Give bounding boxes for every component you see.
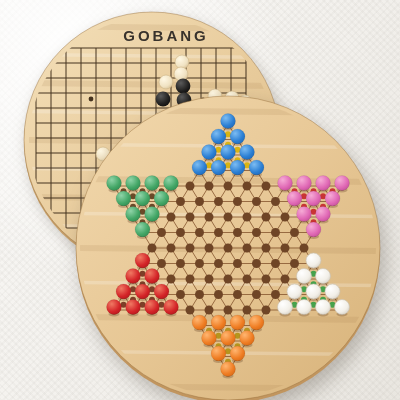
board-hole[interactable]	[290, 259, 299, 268]
board-hole[interactable]	[176, 228, 185, 237]
board-hole[interactable]	[243, 244, 252, 253]
peg-green[interactable]	[135, 222, 150, 237]
peg-blue[interactable]	[211, 160, 226, 175]
board-hole[interactable]	[186, 306, 195, 315]
peg-red[interactable]	[107, 300, 122, 315]
peg-pink[interactable]	[297, 176, 312, 191]
board-hole[interactable]	[224, 306, 233, 315]
peg-white[interactable]	[297, 300, 312, 315]
peg-red[interactable]	[164, 300, 179, 315]
board-hole[interactable]	[224, 182, 233, 191]
board-hole[interactable]	[176, 197, 185, 206]
board-hole[interactable]	[233, 228, 242, 237]
peg-pink[interactable]	[316, 207, 331, 222]
peg-red[interactable]	[116, 284, 131, 299]
board-hole[interactable]	[262, 213, 271, 222]
board-hole[interactable]	[252, 228, 261, 237]
peg-white[interactable]	[335, 300, 350, 315]
peg-blue[interactable]	[202, 145, 217, 160]
board-hole[interactable]	[167, 213, 176, 222]
board-hole[interactable]	[281, 275, 290, 284]
peg-white[interactable]	[316, 269, 331, 284]
board-hole[interactable]	[281, 213, 290, 222]
board-hole[interactable]	[224, 244, 233, 253]
peg-white[interactable]	[278, 300, 293, 315]
peg-blue[interactable]	[221, 145, 236, 160]
peg-white[interactable]	[325, 284, 340, 299]
board-hole[interactable]	[186, 275, 195, 284]
board-hole[interactable]	[252, 197, 261, 206]
board-hole[interactable]	[205, 213, 214, 222]
board-hole[interactable]	[233, 259, 242, 268]
peg-pink[interactable]	[278, 176, 293, 191]
peg-pink[interactable]	[287, 191, 302, 206]
board-hole[interactable]	[233, 290, 242, 299]
peg-orange[interactable]	[240, 331, 255, 346]
peg-green[interactable]	[126, 207, 141, 222]
peg-pink[interactable]	[306, 222, 321, 237]
board-hole[interactable]	[148, 244, 157, 253]
board-hole[interactable]	[252, 290, 261, 299]
peg-orange[interactable]	[230, 346, 245, 361]
board-hole[interactable]	[243, 213, 252, 222]
peg-red[interactable]	[145, 300, 160, 315]
board-hole[interactable]	[195, 197, 204, 206]
board-hole[interactable]	[262, 275, 271, 284]
board-hole[interactable]	[233, 197, 242, 206]
board-hole[interactable]	[262, 306, 271, 315]
peg-red[interactable]	[145, 269, 160, 284]
board-hole[interactable]	[262, 182, 271, 191]
peg-red[interactable]	[126, 300, 141, 315]
board-hole[interactable]	[205, 275, 214, 284]
chinese-checkers-board	[0, 0, 400, 400]
peg-blue[interactable]	[240, 145, 255, 160]
board-hole[interactable]	[195, 290, 204, 299]
peg-green[interactable]	[116, 191, 131, 206]
board-hole[interactable]	[224, 213, 233, 222]
peg-pink[interactable]	[325, 191, 340, 206]
board-hole[interactable]	[157, 259, 166, 268]
board-hole[interactable]	[167, 275, 176, 284]
peg-pink[interactable]	[297, 207, 312, 222]
board-hole[interactable]	[214, 197, 223, 206]
peg-pink[interactable]	[335, 176, 350, 191]
peg-green[interactable]	[145, 176, 160, 191]
board-hole[interactable]	[252, 259, 261, 268]
peg-red[interactable]	[154, 284, 169, 299]
board-hole[interactable]	[214, 290, 223, 299]
scene: GOBANG	[0, 0, 400, 400]
peg-orange[interactable]	[221, 362, 236, 377]
peg-white[interactable]	[287, 284, 302, 299]
peg-white[interactable]	[297, 269, 312, 284]
board-hole[interactable]	[243, 182, 252, 191]
board-hole[interactable]	[281, 244, 290, 253]
peg-blue[interactable]	[249, 160, 264, 175]
board-hole[interactable]	[157, 228, 166, 237]
peg-green[interactable]	[107, 176, 122, 191]
peg-green[interactable]	[135, 191, 150, 206]
peg-orange[interactable]	[192, 315, 207, 330]
board-hole[interactable]	[186, 182, 195, 191]
peg-blue[interactable]	[211, 129, 226, 144]
peg-orange[interactable]	[211, 346, 226, 361]
peg-blue[interactable]	[192, 160, 207, 175]
peg-white[interactable]	[316, 300, 331, 315]
board-hole[interactable]	[271, 228, 280, 237]
board-hole[interactable]	[300, 244, 309, 253]
board-hole[interactable]	[243, 306, 252, 315]
board-hole[interactable]	[205, 306, 214, 315]
peg-blue[interactable]	[230, 160, 245, 175]
board-hole[interactable]	[214, 228, 223, 237]
board-hole[interactable]	[262, 244, 271, 253]
peg-green[interactable]	[145, 207, 160, 222]
peg-pink[interactable]	[306, 191, 321, 206]
board-hole[interactable]	[205, 182, 214, 191]
board-hole[interactable]	[271, 197, 280, 206]
peg-green[interactable]	[154, 191, 169, 206]
board-hole[interactable]	[186, 213, 195, 222]
board-hole[interactable]	[290, 228, 299, 237]
peg-orange[interactable]	[202, 331, 217, 346]
board-hole[interactable]	[271, 259, 280, 268]
peg-red[interactable]	[135, 284, 150, 299]
board-hole[interactable]	[271, 290, 280, 299]
peg-orange[interactable]	[211, 315, 226, 330]
board-hole[interactable]	[167, 244, 176, 253]
board-hole[interactable]	[186, 244, 195, 253]
peg-pink[interactable]	[316, 176, 331, 191]
peg-red[interactable]	[126, 269, 141, 284]
peg-orange[interactable]	[221, 331, 236, 346]
board-hole[interactable]	[176, 259, 185, 268]
peg-blue[interactable]	[221, 114, 236, 129]
board-hole[interactable]	[195, 228, 204, 237]
peg-red[interactable]	[135, 253, 150, 268]
board-hole[interactable]	[224, 275, 233, 284]
board-hole[interactable]	[195, 259, 204, 268]
peg-orange[interactable]	[249, 315, 264, 330]
peg-white[interactable]	[306, 284, 321, 299]
board-hole[interactable]	[214, 259, 223, 268]
peg-green[interactable]	[126, 176, 141, 191]
board-hole[interactable]	[176, 290, 185, 299]
peg-green[interactable]	[164, 176, 179, 191]
peg-white[interactable]	[306, 253, 321, 268]
board-hole[interactable]	[243, 275, 252, 284]
peg-blue[interactable]	[230, 129, 245, 144]
board-hole[interactable]	[205, 244, 214, 253]
peg-orange[interactable]	[230, 315, 245, 330]
